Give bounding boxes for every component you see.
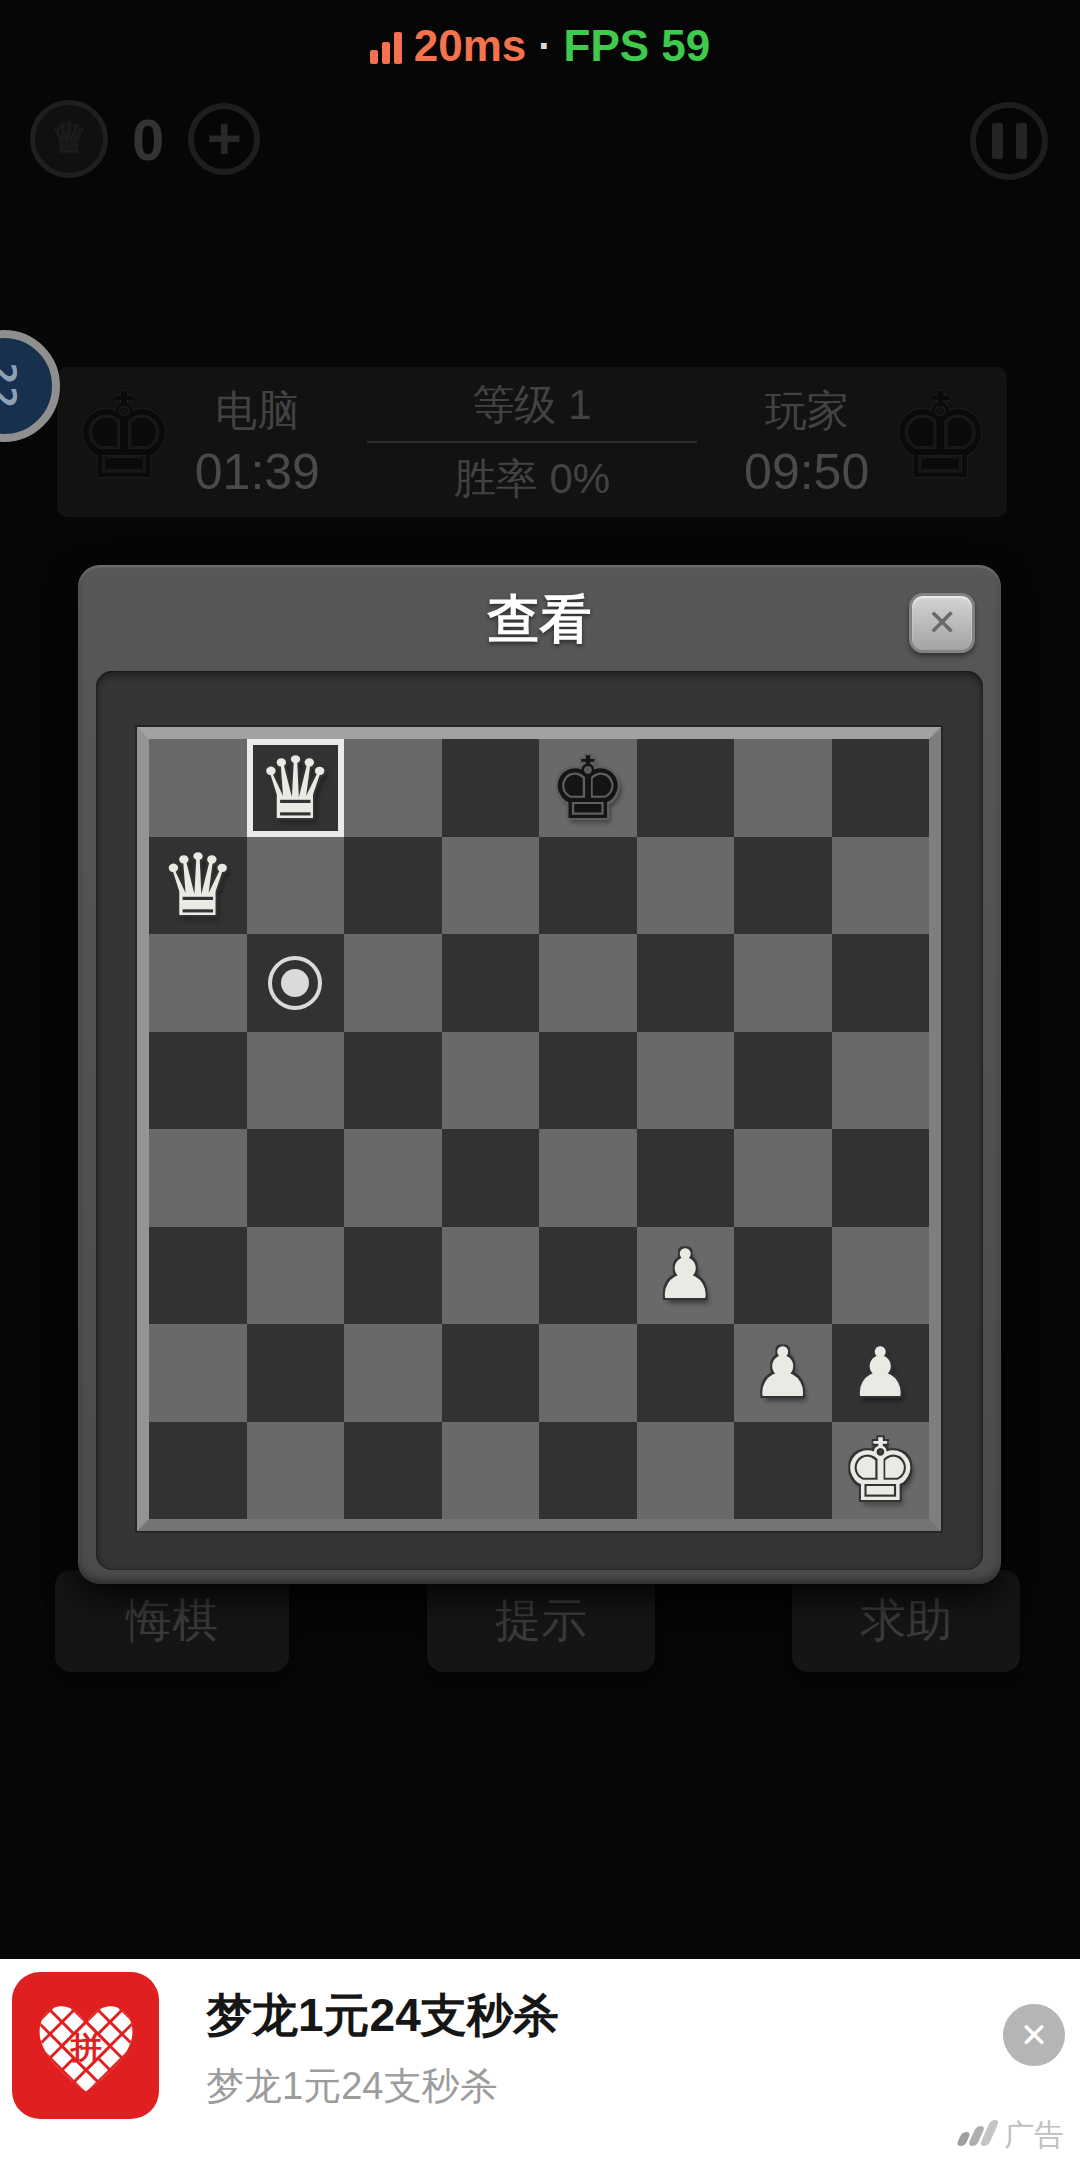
undo-button[interactable]: 悔棋 (55, 1570, 289, 1672)
square-h6[interactable] (832, 934, 930, 1032)
piece-white-pawn-g2[interactable]: ♟ (752, 1339, 813, 1407)
square-g5[interactable] (734, 1032, 832, 1130)
square-f5[interactable] (637, 1032, 735, 1130)
modal-close-button[interactable]: ✕ (909, 593, 975, 653)
computer-name: 电脑 (215, 383, 299, 439)
ad-banner[interactable]: 拼 梦龙1元24支秒杀 梦龙1元24支秒杀 ✕ 广告 (0, 1959, 1080, 2160)
square-e1[interactable] (539, 1422, 637, 1520)
square-h8[interactable] (832, 739, 930, 837)
player-clock: 09:50 (744, 443, 869, 501)
coin-icon: ♛ (30, 100, 108, 178)
latency-value: 20ms (414, 24, 527, 68)
square-b4[interactable] (247, 1129, 345, 1227)
signal-bars-icon (370, 32, 402, 68)
square-h3[interactable] (832, 1227, 930, 1325)
square-e2[interactable] (539, 1324, 637, 1422)
square-a3[interactable] (149, 1227, 247, 1325)
fps-value: FPS 59 (564, 24, 711, 68)
ad-app-icon[interactable]: 拼 (12, 1972, 159, 2119)
square-a8[interactable] (149, 739, 247, 837)
square-f4[interactable] (637, 1129, 735, 1227)
view-modal: 查看 ✕ ♛♚♛♟♟♟♚ (78, 565, 1001, 1584)
move-origin-dot (268, 956, 322, 1010)
square-b6[interactable] (247, 934, 345, 1032)
square-b7[interactable] (247, 837, 345, 935)
square-a7[interactable]: ♛ (149, 837, 247, 935)
square-g3[interactable] (734, 1227, 832, 1325)
hint-button[interactable]: 提示 (427, 1570, 655, 1672)
piece-black-king-e8[interactable]: ♚ (549, 745, 626, 831)
board-frame: ♛♚♛♟♟♟♚ (137, 727, 941, 1531)
coin-count: 0 (132, 106, 164, 173)
square-a1[interactable] (149, 1422, 247, 1520)
ad-network-icon (959, 2120, 994, 2150)
ad-subtitle[interactable]: 梦龙1元24支秒杀 (206, 2061, 497, 2112)
square-c7[interactable] (344, 837, 442, 935)
square-d7[interactable] (442, 837, 540, 935)
computer-clock: 01:39 (195, 443, 320, 501)
help-button[interactable]: 求助 (792, 1570, 1020, 1672)
separator-dot: · (538, 26, 551, 68)
square-c6[interactable] (344, 934, 442, 1032)
square-h5[interactable] (832, 1032, 930, 1130)
player-info-bar: ♚ 电脑 01:39 等级 1 胜率 0% 玩家 09:50 ♚ (57, 367, 1007, 517)
add-coins-button[interactable]: + (188, 103, 260, 175)
piece-white-queen-b8[interactable]: ♛ (257, 745, 334, 831)
piece-white-pawn-h2[interactable]: ♟ (850, 1339, 911, 1407)
square-h4[interactable] (832, 1129, 930, 1227)
square-d1[interactable] (442, 1422, 540, 1520)
square-g7[interactable] (734, 837, 832, 935)
square-g2[interactable]: ♟ (734, 1324, 832, 1422)
pause-icon (992, 123, 1003, 159)
square-b1[interactable] (247, 1422, 345, 1520)
square-e7[interactable] (539, 837, 637, 935)
square-h1[interactable]: ♚ (832, 1422, 930, 1520)
square-c5[interactable] (344, 1032, 442, 1130)
square-e3[interactable] (539, 1227, 637, 1325)
square-b8[interactable]: ♛ (247, 739, 345, 837)
pause-icon (1016, 123, 1027, 159)
perf-overlay: 20ms · FPS 59 (0, 20, 1080, 68)
level-badge-value: 22 (0, 362, 24, 409)
square-d2[interactable] (442, 1324, 540, 1422)
square-d3[interactable] (442, 1227, 540, 1325)
square-g1[interactable] (734, 1422, 832, 1520)
square-e4[interactable] (539, 1129, 637, 1227)
square-d4[interactable] (442, 1129, 540, 1227)
square-d5[interactable] (442, 1032, 540, 1130)
square-a5[interactable] (149, 1032, 247, 1130)
square-d8[interactable] (442, 739, 540, 837)
ad-close-button[interactable]: ✕ (1003, 2004, 1065, 2066)
square-f6[interactable] (637, 934, 735, 1032)
square-f2[interactable] (637, 1324, 735, 1422)
square-e6[interactable] (539, 934, 637, 1032)
square-c2[interactable] (344, 1324, 442, 1422)
square-c1[interactable] (344, 1422, 442, 1520)
chess-board[interactable]: ♛♚♛♟♟♟♚ (149, 739, 929, 1519)
square-g8[interactable] (734, 739, 832, 837)
player-name: 玩家 (765, 383, 849, 439)
square-c8[interactable] (344, 739, 442, 837)
computer-king-icon: ♚ (71, 377, 177, 495)
square-g4[interactable] (734, 1129, 832, 1227)
square-e8[interactable]: ♚ (539, 739, 637, 837)
ad-icon-char: 拼 (69, 2030, 101, 2065)
square-f1[interactable] (637, 1422, 735, 1520)
square-c3[interactable] (344, 1227, 442, 1325)
ad-label: 广告 (1004, 2120, 1064, 2150)
square-a6[interactable] (149, 934, 247, 1032)
square-b2[interactable] (247, 1324, 345, 1422)
square-e5[interactable] (539, 1032, 637, 1130)
square-f7[interactable] (637, 837, 735, 935)
square-f3[interactable]: ♟ (637, 1227, 735, 1325)
square-f8[interactable] (637, 739, 735, 837)
square-a4[interactable] (149, 1129, 247, 1227)
pause-button[interactable] (970, 102, 1048, 180)
piece-white-king-h1[interactable]: ♚ (842, 1427, 919, 1513)
square-h2[interactable]: ♟ (832, 1324, 930, 1422)
ad-attribution: 广告 (959, 2120, 1064, 2150)
square-c4[interactable] (344, 1129, 442, 1227)
coin-hud: ♛ 0 + (30, 100, 260, 178)
ad-title[interactable]: 梦龙1元24支秒杀 (206, 1985, 559, 2047)
piece-white-queen-a7[interactable]: ♛ (159, 842, 236, 928)
square-a2[interactable] (149, 1324, 247, 1422)
modal-body: ♛♚♛♟♟♟♚ (96, 671, 983, 1570)
square-g6[interactable] (734, 934, 832, 1032)
level-label: 等级 1 (472, 377, 591, 441)
player-king-icon: ♚ (887, 377, 993, 495)
modal-title: 查看 (78, 585, 1001, 655)
win-rate-label: 胜率 0% (454, 443, 610, 507)
piece-white-pawn-f3[interactable]: ♟ (655, 1241, 716, 1309)
game-screen: 20ms · FPS 59 ♛ 0 + 22 ♚ 电脑 01:39 等级 1 胜… (0, 0, 1080, 2160)
square-d6[interactable] (442, 934, 540, 1032)
square-h7[interactable] (832, 837, 930, 935)
crown-icon: ♛ (50, 118, 88, 160)
square-b5[interactable] (247, 1032, 345, 1130)
level-badge[interactable]: 22 (0, 330, 60, 442)
square-b3[interactable] (247, 1227, 345, 1325)
